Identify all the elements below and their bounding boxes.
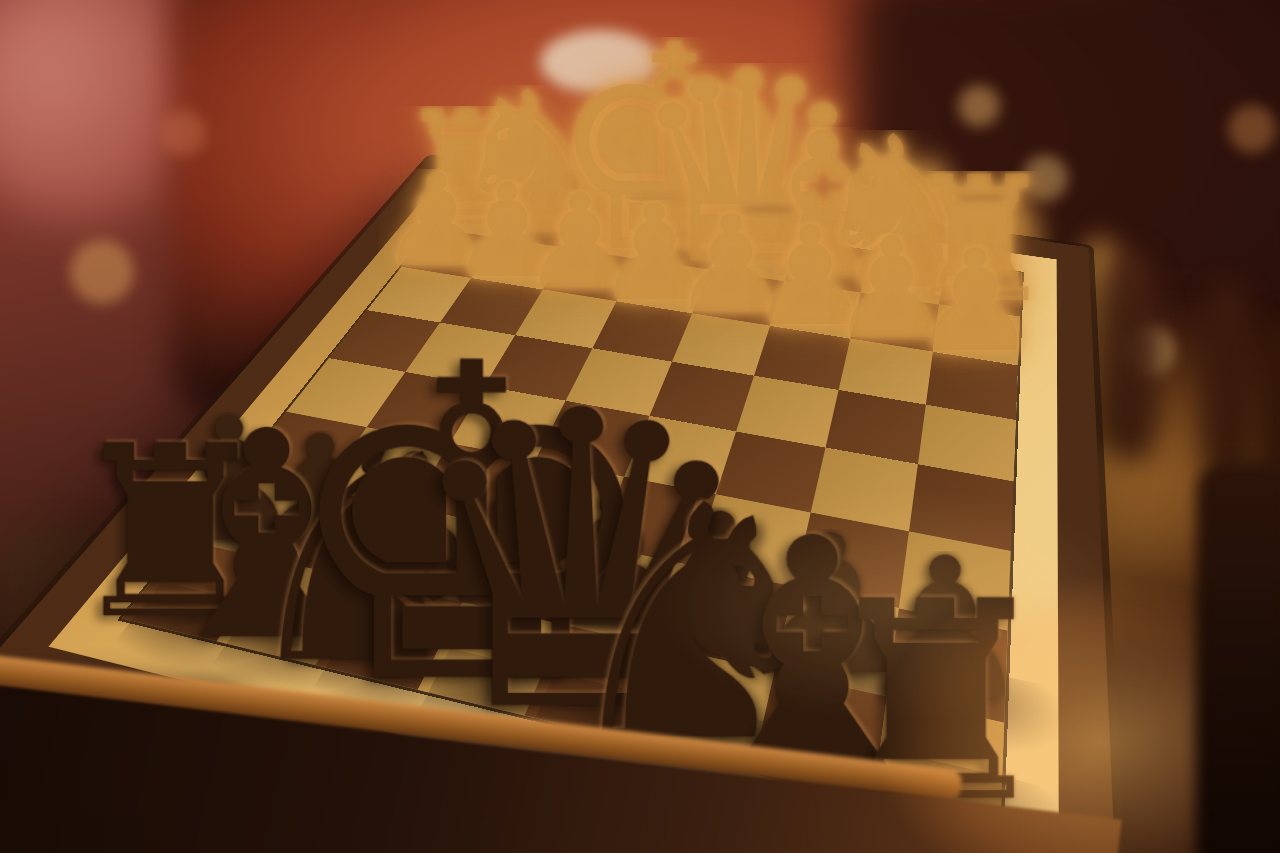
- piece-black-rook-a8: ♜: [813, 593, 1059, 813]
- piece-white-pawn-a2: ♟: [912, 244, 1039, 357]
- chess-board-grid: ♜♞♝♚♛♝♞♜♟♟♟♟♟♟♟♟♟♟♟♟♟♟♟♟♜♝♞♚♛♞♝♜: [122, 192, 1022, 830]
- square-a2: ♟: [933, 305, 1020, 366]
- square-a8: ♜: [873, 697, 1004, 831]
- board-perspective-wrapper: ♜♞♝♚♛♝♞♜♟♟♟♟♟♟♟♟♟♟♟♟♟♟♟♟♜♝♞♚♛♞♝♜: [0, 0, 1280, 853]
- chess-table-frame: ♜♞♝♚♛♝♞♜♟♟♟♟♟♟♟♟♟♟♟♟♟♟♟♟♜♝♞♚♛♞♝♜: [0, 157, 1120, 853]
- photo-scene: ♜♞♝♚♛♝♞♜♟♟♟♟♟♟♟♟♟♟♟♟♟♟♟♟♜♝♞♚♛♞♝♜: [0, 0, 1280, 853]
